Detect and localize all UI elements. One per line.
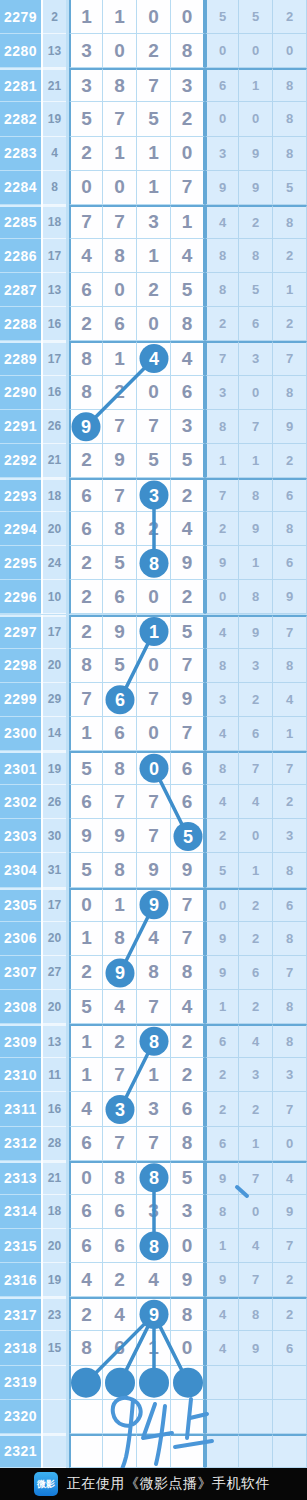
period-id: 2291: [0, 410, 41, 444]
aux-digit-cell: 9: [273, 410, 307, 444]
draw-row-2315: 2315206680147: [0, 1229, 307, 1263]
aux-digit-cell: 0: [239, 819, 273, 853]
period-id: 2299: [0, 683, 41, 717]
digit-cell: 0: [69, 171, 103, 205]
period-id: 2281: [0, 68, 41, 102]
draw-row-2310: 2310111712233: [0, 1058, 307, 1092]
digit-cell: [103, 1366, 137, 1400]
aux-digit-cell: 9: [205, 1263, 239, 1297]
draw-row-2281: 2281213873618: [0, 68, 307, 102]
draw-row-2299: 2299297679324: [0, 683, 307, 717]
digit-cell: 1: [103, 888, 137, 922]
digit-cell: 9: [103, 444, 137, 478]
digit-cell: 2: [137, 512, 171, 546]
aux-digit-cell: 9: [205, 922, 239, 956]
digit-cell: 9: [69, 410, 103, 444]
digit-cell: 7: [171, 922, 205, 956]
aux-digit-cell: 9: [205, 1161, 239, 1195]
digit-cell: [69, 1434, 103, 1468]
draw-row-2297: 2297172915497: [0, 615, 307, 649]
digit-cell: 4: [69, 239, 103, 273]
aux-digit-cell: 9: [273, 580, 307, 614]
digit-cell: 5: [171, 819, 205, 853]
aux-digit-cell: 2: [205, 307, 239, 341]
aux-digit-cell: 0: [205, 34, 239, 68]
digit-cell: 6: [69, 1195, 103, 1229]
digit-cell: 7: [103, 785, 137, 819]
period-id: 2289: [0, 341, 41, 375]
draw-row-2279: 227921100552: [0, 0, 307, 34]
digit-cell: 3: [137, 478, 171, 512]
aux-digit-cell: 6: [239, 307, 273, 341]
digit-cell: 4: [171, 990, 205, 1024]
digit-cell: 6: [171, 751, 205, 785]
digit-cell: 8: [103, 68, 137, 102]
aux-digit-cell: 3: [273, 1058, 307, 1092]
aux-digit-cell: 6: [273, 888, 307, 922]
trend-chart-screen: 2279211005522280133028000228121387361822…: [0, 0, 307, 1500]
digit-cell: 0: [103, 273, 137, 307]
draw-row-2318: 2318158610496: [0, 1331, 307, 1365]
digit-cell: 7: [103, 102, 137, 136]
digit-cell: 9: [103, 956, 137, 990]
digit-cell: 2: [137, 34, 171, 68]
digit-cell: 5: [171, 615, 205, 649]
aux-digit-cell: 6: [205, 1127, 239, 1161]
digit-cell: [103, 1434, 137, 1468]
digit-cell: 6: [103, 683, 137, 717]
aux-digit-cell: [273, 1434, 307, 1468]
digit-cell: 1: [137, 137, 171, 171]
digit-cell: 7: [137, 990, 171, 1024]
digit-cell: 7: [137, 819, 171, 853]
digit-cell: 6: [171, 785, 205, 819]
digit-cell: 1: [103, 341, 137, 375]
digit-cell: 1: [103, 137, 137, 171]
digit-cell: 4: [137, 922, 171, 956]
aux-digit-cell: 4: [205, 615, 239, 649]
aux-digit-cell: 3: [239, 1058, 273, 1092]
aux-digit-cell: 5: [205, 853, 239, 887]
digit-cell: 3: [171, 410, 205, 444]
aux-digit-cell: 8: [273, 1024, 307, 1058]
aux-digit-cell: 5: [239, 273, 273, 307]
aux-digit-cell: 7: [205, 478, 239, 512]
sum-value: 30: [43, 819, 66, 853]
digit-cell: 5: [103, 546, 137, 580]
digit-cell: 8: [137, 956, 171, 990]
digit-cell: 2: [69, 444, 103, 478]
digit-cell: 2: [69, 546, 103, 580]
draw-row-2293: 2293186732786: [0, 478, 307, 512]
digit-cell: 9: [103, 615, 137, 649]
digit-cell: 4: [137, 1263, 171, 1297]
aux-digit-cell: [239, 1434, 273, 1468]
banner-text: 正在使用《微影点播》手机软件: [67, 1475, 270, 1493]
draw-row-2284: 228480017995: [0, 171, 307, 205]
digit-cell: 0: [137, 751, 171, 785]
digit-cell: [171, 1400, 205, 1434]
digit-cell: 7: [171, 717, 205, 751]
draw-row-2312: 2312286778610: [0, 1127, 307, 1161]
draw-row-2319: 2319: [0, 1366, 307, 1400]
aux-digit-cell: 1: [273, 717, 307, 751]
digit-cell: 8: [103, 239, 137, 273]
period-id: 2298: [0, 649, 41, 683]
aux-digit-cell: 9: [205, 956, 239, 990]
aux-digit-cell: 2: [239, 922, 273, 956]
digit-cell: 2: [171, 1024, 205, 1058]
aux-digit-cell: 1: [205, 1229, 239, 1263]
aux-digit-cell: 7: [273, 1229, 307, 1263]
aux-digit-cell: 4: [205, 785, 239, 819]
digit-cell: 8: [137, 1161, 171, 1195]
aux-digit-cell: 2: [239, 683, 273, 717]
aux-digit-cell: 2: [239, 888, 273, 922]
digit-cell: 6: [103, 307, 137, 341]
aux-digit-cell: 4: [205, 717, 239, 751]
digit-cell: 1: [69, 1058, 103, 1092]
digit-cell: 5: [171, 273, 205, 307]
aux-digit-cell: 8: [273, 102, 307, 136]
digit-cell: 7: [103, 478, 137, 512]
aux-digit-cell: 8: [205, 649, 239, 683]
aux-digit-cell: 8: [239, 239, 273, 273]
aux-digit-cell: 2: [273, 239, 307, 273]
app-banner[interactable]: 微影 正在使用《微影点播》手机软件: [0, 1468, 307, 1500]
digit-cell: 1: [137, 171, 171, 205]
digit-cell: 6: [103, 717, 137, 751]
aux-digit-cell: 4: [205, 1297, 239, 1331]
aux-digit-cell: 8: [273, 205, 307, 239]
digit-cell: 0: [171, 137, 205, 171]
sum-value: 26: [43, 785, 66, 819]
digit-cell: 1: [69, 0, 103, 34]
digit-cell: 7: [171, 649, 205, 683]
digit-cell: 6: [171, 376, 205, 410]
aux-digit-cell: 4: [273, 1161, 307, 1195]
aux-digit-cell: 0: [239, 34, 273, 68]
digit-cell: 6: [69, 1127, 103, 1161]
digit-cell: 5: [69, 990, 103, 1024]
period-id: 2293: [0, 478, 41, 512]
digit-cell: 0: [69, 888, 103, 922]
sum-value: 13: [43, 1024, 66, 1058]
aux-digit-cell: 4: [273, 683, 307, 717]
digit-cell: 8: [103, 512, 137, 546]
sum-value: 19: [43, 751, 66, 785]
digit-cell: 5: [69, 853, 103, 887]
aux-digit-cell: 7: [205, 341, 239, 375]
aux-digit-cell: 9: [273, 1195, 307, 1229]
aux-digit-cell: 7: [273, 341, 307, 375]
sum-value: 11: [43, 1058, 66, 1092]
digit-cell: 5: [171, 1161, 205, 1195]
period-id: 2297: [0, 615, 41, 649]
aux-digit-cell: 1: [239, 1127, 273, 1161]
draw-row-2311: 2311164336227: [0, 1092, 307, 1126]
digit-cell: 2: [103, 376, 137, 410]
digit-cell: 0: [69, 1161, 103, 1195]
aux-digit-cell: 9: [205, 171, 239, 205]
digit-cell: 5: [137, 444, 171, 478]
aux-digit-cell: 8: [205, 410, 239, 444]
digit-cell: 2: [103, 1024, 137, 1058]
aux-digit-cell: 8: [205, 1195, 239, 1229]
digit-cell: 0: [137, 0, 171, 34]
digit-cell: 8: [103, 922, 137, 956]
digit-cell: [137, 1400, 171, 1434]
chart-grid: 2279211005522280133028000228121387361822…: [0, 0, 307, 1468]
period-id: 2305: [0, 888, 41, 922]
digit-cell: 7: [69, 205, 103, 239]
draw-row-2305: 2305170197026: [0, 888, 307, 922]
aux-digit-cell: 0: [239, 376, 273, 410]
aux-digit-cell: 2: [239, 205, 273, 239]
digit-cell: 1: [137, 615, 171, 649]
digit-cell: 0: [103, 171, 137, 205]
digit-cell: 5: [69, 751, 103, 785]
digit-cell: 4: [171, 512, 205, 546]
draw-row-2321: 2321: [0, 1434, 307, 1468]
aux-digit-cell: 7: [239, 751, 273, 785]
aux-digit-cell: 8: [273, 853, 307, 887]
draw-row-2280: 2280133028000: [0, 34, 307, 68]
period-id: 2300: [0, 717, 41, 751]
digit-cell: 1: [103, 0, 137, 34]
aux-digit-cell: 0: [205, 102, 239, 136]
draw-row-2306: 2306201847928: [0, 922, 307, 956]
digit-cell: 6: [69, 785, 103, 819]
digit-cell: 0: [137, 649, 171, 683]
sum-value: 29: [43, 683, 66, 717]
digit-cell: 7: [137, 683, 171, 717]
digit-cell: 3: [137, 205, 171, 239]
digit-cell: 0: [171, 0, 205, 34]
digit-cell: [171, 1434, 205, 1468]
digit-cell: 1: [137, 1058, 171, 1092]
period-id: 2307: [0, 956, 41, 990]
period-id: 2309: [0, 1024, 41, 1058]
sum-value: 23: [43, 1297, 66, 1331]
digit-cell: 7: [103, 1058, 137, 1092]
digit-cell: 2: [69, 580, 103, 614]
digit-cell: 7: [69, 683, 103, 717]
digit-cell: 2: [69, 137, 103, 171]
aux-digit-cell: 0: [273, 1127, 307, 1161]
aux-digit-cell: 5: [239, 0, 273, 34]
sum-value: 21: [43, 68, 66, 102]
aux-digit-cell: [239, 1400, 273, 1434]
sum-value: 2: [43, 0, 66, 34]
digit-cell: 7: [137, 785, 171, 819]
period-id: 2315: [0, 1229, 41, 1263]
digit-cell: 6: [69, 1229, 103, 1263]
aux-digit-cell: 1: [205, 990, 239, 1024]
aux-digit-cell: 7: [273, 751, 307, 785]
digit-cell: 6: [171, 1092, 205, 1126]
aux-digit-cell: 3: [273, 819, 307, 853]
sum-value: [43, 1366, 66, 1400]
draw-row-2292: 2292212955112: [0, 444, 307, 478]
sum-value: 17: [43, 615, 66, 649]
period-id: 2284: [0, 171, 41, 205]
digit-cell: 6: [103, 1229, 137, 1263]
digit-cell: 4: [171, 239, 205, 273]
aux-digit-cell: 6: [273, 1331, 307, 1365]
digit-cell: 2: [171, 1058, 205, 1092]
digit-cell: 5: [69, 102, 103, 136]
digit-cell: 1: [171, 205, 205, 239]
aux-digit-cell: 2: [239, 990, 273, 1024]
aux-digit-cell: 2: [205, 819, 239, 853]
digit-cell: 1: [137, 239, 171, 273]
digit-cell: 1: [69, 717, 103, 751]
digit-cell: 8: [103, 751, 137, 785]
digit-cell: [171, 1366, 205, 1400]
draw-row-2302: 2302266776442: [0, 785, 307, 819]
digit-cell: 0: [137, 580, 171, 614]
aux-digit-cell: 8: [205, 273, 239, 307]
digit-cell: 6: [103, 1195, 137, 1229]
draw-row-2309: 2309131282648: [0, 1024, 307, 1058]
period-id: 2314: [0, 1195, 41, 1229]
sum-value: 19: [43, 1263, 66, 1297]
aux-digit-cell: 2: [273, 0, 307, 34]
period-id: 2282: [0, 102, 41, 136]
period-id: 2317: [0, 1297, 41, 1331]
digit-cell: 7: [103, 205, 137, 239]
draw-row-2291: 2291269773879: [0, 410, 307, 444]
digit-cell: 8: [69, 376, 103, 410]
sum-value: 20: [43, 512, 66, 546]
digit-cell: 1: [137, 1331, 171, 1365]
period-id: 2316: [0, 1263, 41, 1297]
digit-cell: 1: [69, 922, 103, 956]
aux-digit-cell: 7: [239, 1263, 273, 1297]
aux-digit-cell: 1: [273, 273, 307, 307]
digit-cell: 3: [137, 1195, 171, 1229]
sum-value: 18: [43, 478, 66, 512]
period-id: 2304: [0, 853, 41, 887]
draw-row-2285: 2285187731428: [0, 205, 307, 239]
period-id: 2295: [0, 546, 41, 580]
aux-digit-cell: 7: [239, 410, 273, 444]
aux-digit-cell: 2: [273, 444, 307, 478]
digit-cell: 1: [69, 1024, 103, 1058]
digit-cell: 9: [137, 1297, 171, 1331]
digit-cell: 2: [69, 615, 103, 649]
aux-digit-cell: 4: [239, 1229, 273, 1263]
sum-value: 8: [43, 171, 66, 205]
sum-value: 20: [43, 1229, 66, 1263]
digit-cell: 4: [103, 990, 137, 1024]
aux-digit-cell: 7: [273, 956, 307, 990]
draw-row-2304: 2304315899518: [0, 853, 307, 887]
digit-cell: 2: [103, 1263, 137, 1297]
digit-cell: 3: [171, 1195, 205, 1229]
digit-cell: 6: [103, 580, 137, 614]
sum-value: 15: [43, 1331, 66, 1365]
aux-digit-cell: 8: [273, 376, 307, 410]
aux-digit-cell: 8: [239, 580, 273, 614]
aux-digit-cell: 4: [205, 1331, 239, 1365]
period-id: 2280: [0, 34, 41, 68]
period-id: 2296: [0, 580, 41, 614]
digit-cell: [69, 1400, 103, 1434]
draw-row-2294: 2294206824298: [0, 512, 307, 546]
aux-digit-cell: 2: [273, 1263, 307, 1297]
aux-digit-cell: 2: [239, 1092, 273, 1126]
aux-digit-cell: [205, 1434, 239, 1468]
digit-cell: 8: [69, 649, 103, 683]
draw-row-2283: 228342110398: [0, 137, 307, 171]
aux-digit-cell: 8: [205, 239, 239, 273]
sum-value: 18: [43, 1195, 66, 1229]
aux-digit-cell: 9: [239, 512, 273, 546]
aux-digit-cell: 7: [239, 1161, 273, 1195]
sum-value: 19: [43, 102, 66, 136]
sum-value: 13: [43, 34, 66, 68]
digit-cell: 0: [137, 717, 171, 751]
aux-digit-cell: 8: [273, 137, 307, 171]
sum-value: 20: [43, 990, 66, 1024]
digit-cell: 8: [137, 1024, 171, 1058]
sum-value: 14: [43, 717, 66, 751]
sum-value: 17: [43, 341, 66, 375]
aux-digit-cell: 4: [205, 205, 239, 239]
aux-digit-cell: 8: [273, 990, 307, 1024]
aux-digit-cell: 3: [239, 341, 273, 375]
period-id: 2294: [0, 512, 41, 546]
digit-cell: 8: [171, 307, 205, 341]
aux-digit-cell: [273, 1400, 307, 1434]
draw-row-2282: 2282195752008: [0, 102, 307, 136]
aux-digit-cell: 2: [273, 1297, 307, 1331]
aux-digit-cell: 0: [205, 888, 239, 922]
draw-row-2300: 2300141607461: [0, 717, 307, 751]
aux-digit-cell: 8: [273, 68, 307, 102]
digit-cell: 9: [171, 546, 205, 580]
digit-cell: 8: [171, 1297, 205, 1331]
aux-digit-cell: 1: [239, 546, 273, 580]
app-icon: 微影: [34, 1472, 58, 1496]
digit-cell: 6: [69, 273, 103, 307]
period-id: 2286: [0, 239, 41, 273]
digit-cell: [69, 1366, 103, 1400]
period-id: 2319: [0, 1366, 41, 1400]
aux-digit-cell: 7: [273, 1092, 307, 1126]
aux-digit-cell: [205, 1366, 239, 1400]
period-id: 2302: [0, 785, 41, 819]
aux-digit-cell: [273, 1366, 307, 1400]
draw-row-2303: 2303309975203: [0, 819, 307, 853]
digit-cell: 8: [69, 1331, 103, 1365]
aux-digit-cell: 4: [239, 785, 273, 819]
digit-cell: 0: [171, 1229, 205, 1263]
digit-cell: 2: [137, 273, 171, 307]
period-id: 2313: [0, 1161, 41, 1195]
digit-cell: 4: [69, 1092, 103, 1126]
draw-row-2288: 2288162608262: [0, 307, 307, 341]
draw-row-2308: 2308205474128: [0, 990, 307, 1024]
aux-digit-cell: 2: [205, 1092, 239, 1126]
draw-row-2287: 2287136025851: [0, 273, 307, 307]
period-id: 2312: [0, 1127, 41, 1161]
period-id: 2292: [0, 444, 41, 478]
aux-digit-cell: 1: [205, 444, 239, 478]
draw-row-2286: 2286174814882: [0, 239, 307, 273]
